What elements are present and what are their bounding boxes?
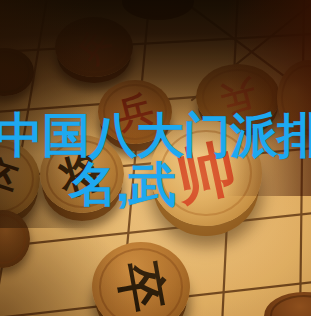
headline-line2: 名,武: [69, 161, 175, 209]
piece-character: 卒: [112, 258, 170, 316]
headline-line1: 中国八大门派排: [0, 112, 311, 160]
xiangqi-photo-thumbnail[interactable]: 兵 兵 兵 卒 将 帅 卒 中国八大门派排 名,武: [0, 0, 311, 316]
piece-character: 兵: [73, 26, 115, 68]
piece-red-soldier-back: 兵: [55, 17, 133, 77]
